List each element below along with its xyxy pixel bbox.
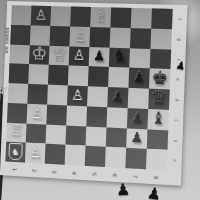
black-pawn-e7: ♟ <box>132 70 145 85</box>
black-pawn-f5: ♟ <box>93 48 106 63</box>
square-e2 <box>28 64 49 84</box>
white-rook-b1: ♖ <box>10 124 24 140</box>
captured-black-piece-3: ♟ <box>175 59 187 72</box>
square-b3 <box>46 124 67 145</box>
black-queen-d8: ♛ <box>150 88 167 107</box>
captured-black-piece-1: ♟ <box>115 182 130 199</box>
white-king-f2: ♔ <box>31 44 48 62</box>
square-h6 <box>110 7 131 27</box>
white-bishop-h5: ♗ <box>93 8 108 24</box>
rank-label-7: 7 <box>128 166 142 187</box>
square-e6 <box>108 67 129 88</box>
file-label-e: e <box>167 73 188 87</box>
black-pawn-d6: ♟ <box>111 89 124 104</box>
white-pawn-a2: ♙ <box>29 145 42 160</box>
photo-scene: US CHESS ♙♗♙♔♕♙♟♞♟♚♙♟♛♙♟♝♖♟♞♙ 12345678 h… <box>0 0 200 200</box>
square-f5: ♟ <box>89 47 110 68</box>
captured-black-piece-2: ♟ <box>146 185 162 200</box>
black-pawn-b7: ♟ <box>130 130 143 145</box>
square-b4 <box>65 125 86 146</box>
square-g1 <box>10 25 30 45</box>
square-c2: ♙ <box>27 104 48 125</box>
white-pawn-d4: ♙ <box>71 87 84 102</box>
square-b5 <box>85 126 106 147</box>
rank-label-5: 5 <box>88 164 102 185</box>
square-h1 <box>11 5 31 25</box>
square-b7: ♟ <box>126 128 147 149</box>
square-d6: ♟ <box>107 87 128 108</box>
white-pawn-g4: ♙ <box>73 28 86 42</box>
square-d5 <box>87 86 108 107</box>
square-g5 <box>89 27 110 47</box>
white-queen-f3: ♕ <box>51 45 68 63</box>
file-label-h: h <box>170 12 191 26</box>
black-bishop-c8: ♝ <box>151 109 166 126</box>
file-label-c: c <box>166 113 187 127</box>
square-h5: ♗ <box>90 7 111 27</box>
rank-label-1: 1 <box>8 159 22 180</box>
square-c4 <box>66 105 87 126</box>
square-g6 <box>110 27 131 48</box>
square-f4: ♙ <box>69 46 90 66</box>
black-pawn-c7: ♟ <box>131 110 144 125</box>
square-b2 <box>26 123 47 144</box>
black-king-e8: ♚ <box>151 68 168 87</box>
white-pawn-h2: ♙ <box>34 7 47 21</box>
square-c3 <box>46 104 67 125</box>
rank-label-2: 2 <box>28 160 42 181</box>
square-b6 <box>106 127 127 148</box>
square-d3 <box>47 85 68 106</box>
us-chess-logo-icon: ♞ <box>8 143 22 161</box>
square-f3: ♕ <box>49 45 70 65</box>
black-knight-f6: ♞ <box>111 47 127 65</box>
square-h7 <box>131 8 152 28</box>
square-f6: ♞ <box>109 47 130 68</box>
square-e4 <box>68 66 89 87</box>
square-b1: ♖ <box>6 122 26 143</box>
square-h4 <box>70 7 91 27</box>
square-e1 <box>9 64 29 84</box>
square-e5 <box>88 66 109 87</box>
file-label-d: d <box>167 93 188 107</box>
square-g2 <box>30 25 51 45</box>
square-c1 <box>7 103 27 124</box>
file-label-g: g <box>169 32 190 46</box>
square-c6 <box>107 107 128 128</box>
file-label-b: b <box>165 133 186 147</box>
square-d4: ♙ <box>67 85 88 106</box>
square-f7 <box>129 48 150 69</box>
file-labels: hgfedcba <box>168 9 187 171</box>
board-grid: ♙♗♙♔♕♙♟♞♟♚♙♟♛♙♟♝♖♟♞♙ <box>5 5 172 170</box>
white-pawn-c2: ♙ <box>30 105 43 120</box>
square-d7 <box>128 88 149 109</box>
rank-label-3: 3 <box>47 161 61 182</box>
square-g7 <box>130 28 151 49</box>
rank-label-4: 4 <box>67 162 81 183</box>
square-g4: ♙ <box>69 26 90 46</box>
square-c7: ♟ <box>127 108 148 129</box>
captured-white-piece-4: ♙ <box>0 83 11 99</box>
chess-board: US CHESS ♙♗♙♔♕♙♟♞♟♚♙♟♛♙♟♝♖♟♞♙ 12345678 h… <box>0 1 187 186</box>
square-h2: ♙ <box>31 6 51 26</box>
square-f1 <box>9 44 29 64</box>
square-f2: ♔ <box>29 45 50 65</box>
white-pawn-f4: ♙ <box>72 48 85 62</box>
square-e7: ♟ <box>128 68 149 89</box>
square-c5 <box>86 106 107 127</box>
square-g3 <box>50 26 71 46</box>
square-d2 <box>27 84 48 104</box>
square-h3 <box>50 6 71 26</box>
square-e3 <box>48 65 69 85</box>
file-label-a: a <box>164 153 185 167</box>
